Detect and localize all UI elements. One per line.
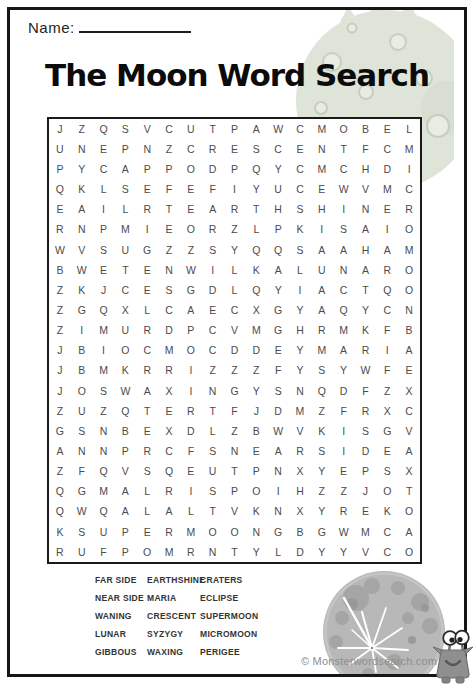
grid-cell-r6c13[interactable]: I (311, 220, 333, 240)
grid-cell-r21c14[interactable]: W (333, 522, 355, 542)
grid-cell-r7c15[interactable]: H (355, 240, 377, 260)
grid-cell-r6c10[interactable]: L (245, 220, 267, 240)
grid-cell-r8c12[interactable]: L (289, 260, 311, 280)
grid-cell-r9c13[interactable]: A (311, 280, 333, 300)
grid-cell-r11c12[interactable]: H (289, 320, 311, 340)
grid-cell-r7c5[interactable]: G (136, 240, 158, 260)
grid-cell-r12c16[interactable]: I (376, 341, 398, 361)
grid-cell-r5c7[interactable]: E (180, 200, 202, 220)
grid-cell-r12c14[interactable]: A (333, 341, 355, 361)
grid-cell-r6c5[interactable]: I (136, 220, 158, 240)
grid-cell-r2c9[interactable]: E (224, 139, 246, 159)
grid-cell-r11c5[interactable]: R (136, 320, 158, 340)
grid-cell-r21c3[interactable]: U (93, 522, 115, 542)
grid-cell-r22c14[interactable]: Y (333, 542, 355, 562)
grid-cell-r12c4[interactable]: O (114, 341, 136, 361)
grid-cell-r12c3[interactable]: I (93, 341, 115, 361)
grid-cell-r16c12[interactable]: V (289, 421, 311, 441)
grid-cell-r7c17[interactable]: M (398, 240, 420, 260)
grid-cell-r14c4[interactable]: W (114, 381, 136, 401)
grid-cell-r17c6[interactable]: C (158, 441, 180, 461)
grid-cell-r14c10[interactable]: Y (245, 381, 267, 401)
grid-cell-r20c4[interactable]: A (114, 502, 136, 522)
grid-cell-r6c1[interactable]: R (49, 220, 71, 240)
grid-cell-r5c12[interactable]: S (289, 200, 311, 220)
grid-cell-r17c10[interactable]: E (245, 441, 267, 461)
grid-cell-r7c12[interactable]: S (289, 240, 311, 260)
grid-cell-r8c6[interactable]: N (158, 260, 180, 280)
grid-cell-r7c9[interactable]: Y (224, 240, 246, 260)
grid-cell-r15c7[interactable]: R (180, 401, 202, 421)
grid-cell-r10c15[interactable]: Y (355, 300, 377, 320)
grid-cell-r2c16[interactable]: C (376, 139, 398, 159)
grid-cell-r22c9[interactable]: T (224, 542, 246, 562)
grid-cell-r16c17[interactable]: V (398, 421, 420, 441)
grid-cell-r5c10[interactable]: T (245, 200, 267, 220)
grid-cell-r17c11[interactable]: A (267, 441, 289, 461)
grid-cell-r14c15[interactable]: F (355, 381, 377, 401)
grid-cell-r10c11[interactable]: G (267, 300, 289, 320)
grid-cell-r14c16[interactable]: Z (376, 381, 398, 401)
grid-cell-r12c5[interactable]: C (136, 341, 158, 361)
grid-cell-r14c7[interactable]: I (180, 381, 202, 401)
grid-cell-r22c16[interactable]: C (376, 542, 398, 562)
grid-cell-r14c3[interactable]: S (93, 381, 115, 401)
grid-cell-r13c12[interactable]: Y (289, 361, 311, 381)
grid-cell-r18c13[interactable]: Y (311, 461, 333, 481)
grid-cell-r15c12[interactable]: M (289, 401, 311, 421)
grid-cell-r11c4[interactable]: U (114, 320, 136, 340)
grid-cell-r21c13[interactable]: G (311, 522, 333, 542)
grid-cell-r21c17[interactable]: A (398, 522, 420, 542)
grid-cell-r7c7[interactable]: Z (180, 240, 202, 260)
grid-cell-r2c8[interactable]: R (202, 139, 224, 159)
grid-cell-r21c7[interactable]: M (180, 522, 202, 542)
grid-cell-r13c15[interactable]: W (355, 361, 377, 381)
grid-cell-r18c5[interactable]: S (136, 461, 158, 481)
grid-cell-r18c12[interactable]: X (289, 461, 311, 481)
grid-cell-r6c17[interactable]: O (398, 220, 420, 240)
grid-cell-r6c3[interactable]: P (93, 220, 115, 240)
grid-cell-r14c6[interactable]: X (158, 381, 180, 401)
grid-cell-r1c6[interactable]: C (158, 119, 180, 139)
grid-cell-r20c10[interactable]: K (245, 502, 267, 522)
grid-cell-r2c13[interactable]: N (311, 139, 333, 159)
grid-cell-r6c16[interactable]: I (376, 220, 398, 240)
grid-cell-r16c10[interactable]: B (245, 421, 267, 441)
grid-cell-r6c8[interactable]: R (202, 220, 224, 240)
grid-cell-r20c16[interactable]: K (376, 502, 398, 522)
grid-cell-r1c12[interactable]: C (289, 119, 311, 139)
grid-cell-r9c10[interactable]: Q (245, 280, 267, 300)
grid-cell-r20c14[interactable]: R (333, 502, 355, 522)
grid-cell-r17c13[interactable]: S (311, 441, 333, 461)
grid-cell-r6c2[interactable]: N (71, 220, 93, 240)
grid-cell-r18c10[interactable]: P (245, 461, 267, 481)
grid-cell-r7c3[interactable]: S (93, 240, 115, 260)
grid-cell-r5c16[interactable]: E (376, 200, 398, 220)
grid-cell-r8c11[interactable]: A (267, 260, 289, 280)
grid-cell-r16c4[interactable]: B (114, 421, 136, 441)
grid-cell-r8c2[interactable]: W (71, 260, 93, 280)
grid-cell-r15c13[interactable]: Z (311, 401, 333, 421)
grid-cell-r13c5[interactable]: R (136, 361, 158, 381)
grid-cell-r22c6[interactable]: M (158, 542, 180, 562)
grid-cell-r9c5[interactable]: E (136, 280, 158, 300)
grid-cell-r15c16[interactable]: X (376, 401, 398, 421)
grid-cell-r21c5[interactable]: E (136, 522, 158, 542)
grid-cell-r5c4[interactable]: L (114, 200, 136, 220)
grid-cell-r2c7[interactable]: C (180, 139, 202, 159)
grid-cell-r10c5[interactable]: L (136, 300, 158, 320)
grid-cell-r13c1[interactable]: J (49, 361, 71, 381)
grid-cell-r21c8[interactable]: O (202, 522, 224, 542)
grid-cell-r17c8[interactable]: S (202, 441, 224, 461)
grid-cell-r18c1[interactable]: Z (49, 461, 71, 481)
grid-cell-r22c4[interactable]: P (114, 542, 136, 562)
grid-cell-r16c1[interactable]: G (49, 421, 71, 441)
grid-cell-r3c1[interactable]: P (49, 159, 71, 179)
grid-cell-r18c15[interactable]: P (355, 461, 377, 481)
grid-cell-r22c3[interactable]: F (93, 542, 115, 562)
grid-cell-r9c16[interactable]: Q (376, 280, 398, 300)
grid-cell-r9c15[interactable]: T (355, 280, 377, 300)
grid-cell-r21c12[interactable]: B (289, 522, 311, 542)
grid-cell-r7c1[interactable]: W (49, 240, 71, 260)
grid-cell-r1c11[interactable]: W (267, 119, 289, 139)
grid-cell-r5c5[interactable]: R (136, 200, 158, 220)
grid-cell-r16c7[interactable]: D (180, 421, 202, 441)
grid-cell-r6c11[interactable]: P (267, 220, 289, 240)
grid-cell-r4c3[interactable]: L (93, 179, 115, 199)
grid-cell-r3c6[interactable]: P (158, 159, 180, 179)
grid-cell-r11c7[interactable]: P (180, 320, 202, 340)
grid-cell-r1c16[interactable]: E (376, 119, 398, 139)
grid-cell-r22c15[interactable]: V (355, 542, 377, 562)
grid-cell-r12c1[interactable]: J (49, 341, 71, 361)
grid-cell-r20c8[interactable]: T (202, 502, 224, 522)
grid-cell-r3c16[interactable]: D (376, 159, 398, 179)
grid-cell-r12c12[interactable]: Y (289, 341, 311, 361)
grid-cell-r18c7[interactable]: E (180, 461, 202, 481)
grid-cell-r15c6[interactable]: E (158, 401, 180, 421)
grid-cell-r17c1[interactable]: A (49, 441, 71, 461)
grid-cell-r16c11[interactable]: W (267, 421, 289, 441)
grid-cell-r22c17[interactable]: O (398, 542, 420, 562)
grid-cell-r19c9[interactable]: P (224, 481, 246, 501)
grid-cell-r4c8[interactable]: F (202, 179, 224, 199)
grid-cell-r19c1[interactable]: Q (49, 481, 71, 501)
grid-cell-r16c14[interactable]: I (333, 421, 355, 441)
grid-cell-r5c1[interactable]: E (49, 200, 71, 220)
grid-cell-r11c17[interactable]: B (398, 320, 420, 340)
grid-cell-r2c2[interactable]: N (71, 139, 93, 159)
grid-cell-r9c17[interactable]: O (398, 280, 420, 300)
grid-cell-r19c4[interactable]: A (114, 481, 136, 501)
grid-cell-r15c17[interactable]: C (398, 401, 420, 421)
grid-cell-r19c12[interactable]: H (289, 481, 311, 501)
grid-cell-r7c11[interactable]: Q (267, 240, 289, 260)
grid-cell-r3c4[interactable]: A (114, 159, 136, 179)
grid-cell-r2c4[interactable]: P (114, 139, 136, 159)
grid-cell-r1c13[interactable]: M (311, 119, 333, 139)
grid-cell-r2c5[interactable]: N (136, 139, 158, 159)
grid-cell-r10c16[interactable]: C (376, 300, 398, 320)
grid-cell-r16c8[interactable]: L (202, 421, 224, 441)
grid-cell-r8c7[interactable]: W (180, 260, 202, 280)
grid-cell-r17c17[interactable]: A (398, 441, 420, 461)
grid-cell-r15c11[interactable]: D (267, 401, 289, 421)
grid-cell-r20c6[interactable]: A (158, 502, 180, 522)
grid-cell-r12c2[interactable]: B (71, 341, 93, 361)
grid-cell-r18c6[interactable]: Q (158, 461, 180, 481)
grid-cell-r4c17[interactable]: C (398, 179, 420, 199)
grid-cell-r1c5[interactable]: V (136, 119, 158, 139)
grid-cell-r9c7[interactable]: G (180, 280, 202, 300)
grid-cell-r2c11[interactable]: C (267, 139, 289, 159)
grid-cell-r10c9[interactable]: C (224, 300, 246, 320)
grid-cell-r21c16[interactable]: C (376, 522, 398, 542)
grid-cell-r21c6[interactable]: R (158, 522, 180, 542)
grid-cell-r22c8[interactable]: N (202, 542, 224, 562)
grid-cell-r17c4[interactable]: P (114, 441, 136, 461)
grid-cell-r3c2[interactable]: Y (71, 159, 93, 179)
name-input-line[interactable] (79, 19, 191, 33)
grid-cell-r17c5[interactable]: R (136, 441, 158, 461)
grid-cell-r19c2[interactable]: G (71, 481, 93, 501)
grid-cell-r2c3[interactable]: E (93, 139, 115, 159)
grid-cell-r16c5[interactable]: E (136, 421, 158, 441)
grid-cell-r7c6[interactable]: Z (158, 240, 180, 260)
grid-cell-r8c13[interactable]: U (311, 260, 333, 280)
grid-cell-r10c10[interactable]: X (245, 300, 267, 320)
grid-cell-r10c14[interactable]: Q (333, 300, 355, 320)
grid-cell-r19c7[interactable]: I (180, 481, 202, 501)
grid-cell-r11c8[interactable]: C (202, 320, 224, 340)
grid-cell-r22c10[interactable]: Y (245, 542, 267, 562)
grid-cell-r19c17[interactable]: T (398, 481, 420, 501)
grid-cell-r20c13[interactable]: Y (311, 502, 333, 522)
grid-cell-r11c1[interactable]: Z (49, 320, 71, 340)
grid-cell-r12c13[interactable]: M (311, 341, 333, 361)
grid-cell-r10c3[interactable]: Q (93, 300, 115, 320)
grid-cell-r13c2[interactable]: B (71, 361, 93, 381)
grid-cell-r1c17[interactable]: L (398, 119, 420, 139)
grid-cell-r14c11[interactable]: S (267, 381, 289, 401)
grid-cell-r12c9[interactable]: D (224, 341, 246, 361)
grid-cell-r18c16[interactable]: S (376, 461, 398, 481)
grid-cell-r4c4[interactable]: S (114, 179, 136, 199)
grid-cell-r10c2[interactable]: G (71, 300, 93, 320)
grid-cell-r3c8[interactable]: D (202, 159, 224, 179)
grid-cell-r9c3[interactable]: J (93, 280, 115, 300)
grid-cell-r4c5[interactable]: E (136, 179, 158, 199)
grid-cell-r15c15[interactable]: R (355, 401, 377, 421)
grid-cell-r8c1[interactable]: B (49, 260, 71, 280)
grid-cell-r1c2[interactable]: Z (71, 119, 93, 139)
grid-cell-r5c13[interactable]: H (311, 200, 333, 220)
grid-cell-r11c16[interactable]: F (376, 320, 398, 340)
grid-cell-r6c12[interactable]: K (289, 220, 311, 240)
grid-cell-r21c2[interactable]: S (71, 522, 93, 542)
grid-cell-r17c2[interactable]: N (71, 441, 93, 461)
grid-cell-r8c3[interactable]: E (93, 260, 115, 280)
grid-cell-r20c3[interactable]: Q (93, 502, 115, 522)
grid-cell-r15c14[interactable]: F (333, 401, 355, 421)
grid-cell-r7c4[interactable]: U (114, 240, 136, 260)
grid-cell-r2c10[interactable]: S (245, 139, 267, 159)
grid-cell-r13c13[interactable]: S (311, 361, 333, 381)
grid-cell-r10c1[interactable]: Z (49, 300, 71, 320)
grid-cell-r15c1[interactable]: Z (49, 401, 71, 421)
grid-cell-r15c9[interactable]: F (224, 401, 246, 421)
grid-cell-r4c1[interactable]: Q (49, 179, 71, 199)
grid-cell-r19c11[interactable]: I (267, 481, 289, 501)
grid-cell-r3c13[interactable]: M (311, 159, 333, 179)
grid-cell-r6c14[interactable]: S (333, 220, 355, 240)
grid-cell-r21c11[interactable]: G (267, 522, 289, 542)
grid-cell-r14c2[interactable]: O (71, 381, 93, 401)
grid-cell-r21c9[interactable]: O (224, 522, 246, 542)
grid-cell-r3c17[interactable]: I (398, 159, 420, 179)
grid-cell-r16c6[interactable]: X (158, 421, 180, 441)
grid-cell-r3c3[interactable]: C (93, 159, 115, 179)
grid-cell-r1c7[interactable]: U (180, 119, 202, 139)
grid-cell-r9c1[interactable]: Z (49, 280, 71, 300)
grid-cell-r22c13[interactable]: Y (311, 542, 333, 562)
grid-cell-r15c4[interactable]: Q (114, 401, 136, 421)
grid-cell-r18c8[interactable]: U (202, 461, 224, 481)
grid-cell-r20c1[interactable]: Q (49, 502, 71, 522)
grid-cell-r19c6[interactable]: R (158, 481, 180, 501)
grid-cell-r12c7[interactable]: O (180, 341, 202, 361)
grid-cell-r12c10[interactable]: D (245, 341, 267, 361)
grid-cell-r3c15[interactable]: H (355, 159, 377, 179)
grid-cell-r4c9[interactable]: I (224, 179, 246, 199)
grid-cell-r13c3[interactable]: M (93, 361, 115, 381)
grid-cell-r11c3[interactable]: M (93, 320, 115, 340)
grid-cell-r12c8[interactable]: C (202, 341, 224, 361)
grid-cell-r4c11[interactable]: U (267, 179, 289, 199)
grid-cell-r5c11[interactable]: H (267, 200, 289, 220)
grid-cell-r6c6[interactable]: E (158, 220, 180, 240)
grid-cell-r13c11[interactable]: F (267, 361, 289, 381)
grid-cell-r4c10[interactable]: Y (245, 179, 267, 199)
grid-cell-r20c5[interactable]: L (136, 502, 158, 522)
grid-cell-r8c10[interactable]: K (245, 260, 267, 280)
grid-cell-r19c3[interactable]: M (93, 481, 115, 501)
grid-cell-r10c13[interactable]: A (311, 300, 333, 320)
grid-cell-r4c15[interactable]: V (355, 179, 377, 199)
grid-cell-r22c12[interactable]: D (289, 542, 311, 562)
grid-cell-r21c10[interactable]: N (245, 522, 267, 542)
grid-cell-r16c9[interactable]: Z (224, 421, 246, 441)
grid-cell-r7c16[interactable]: A (376, 240, 398, 260)
grid-cell-r13c8[interactable]: Z (202, 361, 224, 381)
grid-cell-r11c10[interactable]: M (245, 320, 267, 340)
grid-cell-r1c3[interactable]: Q (93, 119, 115, 139)
grid-cell-r21c15[interactable]: M (355, 522, 377, 542)
grid-cell-r1c4[interactable]: S (114, 119, 136, 139)
grid-cell-r16c2[interactable]: S (71, 421, 93, 441)
grid-cell-r19c13[interactable]: Z (311, 481, 333, 501)
grid-cell-r17c15[interactable]: D (355, 441, 377, 461)
grid-cell-r3c9[interactable]: P (224, 159, 246, 179)
grid-cell-r10c12[interactable]: Y (289, 300, 311, 320)
grid-cell-r4c12[interactable]: C (289, 179, 311, 199)
grid-cell-r13c17[interactable]: E (398, 361, 420, 381)
grid-cell-r17c3[interactable]: N (93, 441, 115, 461)
grid-cell-r7c8[interactable]: S (202, 240, 224, 260)
grid-cell-r19c15[interactable]: J (355, 481, 377, 501)
grid-cell-r17c9[interactable]: N (224, 441, 246, 461)
grid-cell-r14c5[interactable]: A (136, 381, 158, 401)
grid-cell-r17c14[interactable]: I (333, 441, 355, 461)
grid-cell-r14c12[interactable]: N (289, 381, 311, 401)
grid-cell-r10c7[interactable]: A (180, 300, 202, 320)
grid-cell-r18c14[interactable]: E (333, 461, 355, 481)
grid-cell-r15c3[interactable]: Z (93, 401, 115, 421)
grid-cell-r8c5[interactable]: E (136, 260, 158, 280)
grid-cell-r13c10[interactable]: Z (245, 361, 267, 381)
grid-cell-r13c4[interactable]: K (114, 361, 136, 381)
grid-cell-r20c7[interactable]: L (180, 502, 202, 522)
grid-cell-r13c9[interactable]: Z (224, 361, 246, 381)
grid-cell-r7c10[interactable]: Q (245, 240, 267, 260)
grid-cell-r22c1[interactable]: R (49, 542, 71, 562)
grid-cell-r3c11[interactable]: Y (267, 159, 289, 179)
grid-cell-r3c5[interactable]: P (136, 159, 158, 179)
grid-cell-r9c6[interactable]: S (158, 280, 180, 300)
grid-cell-r4c7[interactable]: E (180, 179, 202, 199)
grid-cell-r2c14[interactable]: T (333, 139, 355, 159)
grid-cell-r11c2[interactable]: I (71, 320, 93, 340)
grid-cell-r15c2[interactable]: U (71, 401, 93, 421)
grid-cell-r9c12[interactable]: I (289, 280, 311, 300)
grid-cell-r13c16[interactable]: F (376, 361, 398, 381)
grid-cell-r8c14[interactable]: N (333, 260, 355, 280)
grid-cell-r14c1[interactable]: J (49, 381, 71, 401)
grid-cell-r17c16[interactable]: E (376, 441, 398, 461)
grid-cell-r4c6[interactable]: F (158, 179, 180, 199)
grid-cell-r8c15[interactable]: A (355, 260, 377, 280)
grid-cell-r20c9[interactable]: V (224, 502, 246, 522)
grid-cell-r21c1[interactable]: K (49, 522, 71, 542)
grid-cell-r2c6[interactable]: Z (158, 139, 180, 159)
grid-cell-r1c1[interactable]: J (49, 119, 71, 139)
grid-cell-r3c14[interactable]: C (333, 159, 355, 179)
grid-cell-r8c16[interactable]: R (376, 260, 398, 280)
grid-cell-r19c16[interactable]: O (376, 481, 398, 501)
grid-cell-r8c17[interactable]: O (398, 260, 420, 280)
grid-cell-r13c14[interactable]: Y (333, 361, 355, 381)
grid-cell-r5c17[interactable]: R (398, 200, 420, 220)
grid-cell-r8c8[interactable]: I (202, 260, 224, 280)
grid-cell-r11c6[interactable]: D (158, 320, 180, 340)
grid-cell-r1c9[interactable]: P (224, 119, 246, 139)
grid-cell-r1c15[interactable]: B (355, 119, 377, 139)
grid-cell-r6c7[interactable]: O (180, 220, 202, 240)
grid-cell-r5c9[interactable]: R (224, 200, 246, 220)
grid-cell-r9c14[interactable]: C (333, 280, 355, 300)
grid-cell-r22c7[interactable]: R (180, 542, 202, 562)
grid-cell-r12c6[interactable]: M (158, 341, 180, 361)
grid-cell-r9c8[interactable]: D (202, 280, 224, 300)
grid-cell-r13c6[interactable]: R (158, 361, 180, 381)
grid-cell-r5c15[interactable]: N (355, 200, 377, 220)
grid-cell-r5c6[interactable]: T (158, 200, 180, 220)
grid-cell-r17c12[interactable]: R (289, 441, 311, 461)
